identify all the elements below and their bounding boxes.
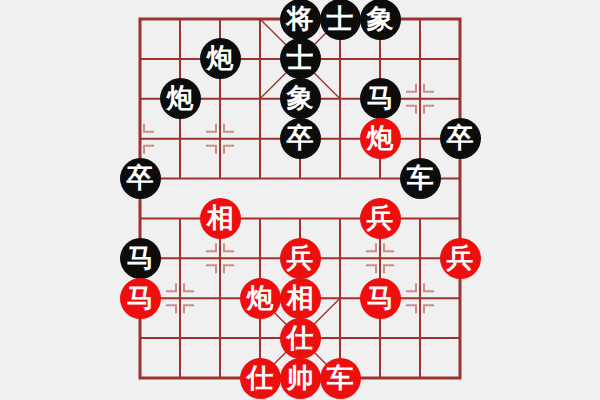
black-horse[interactable]: 马 (120, 238, 161, 279)
black-advisor[interactable]: 士 (280, 38, 321, 79)
black-soldier[interactable]: 卒 (280, 118, 321, 159)
red-elephant[interactable]: 相 (280, 278, 321, 319)
black-elephant[interactable]: 象 (360, 0, 401, 40)
black-soldier[interactable]: 卒 (440, 118, 481, 159)
black-general[interactable]: 将 (280, 0, 321, 40)
black-chariot[interactable]: 车 (400, 158, 441, 199)
xiangqi-app: 将士象炮士炮象马卒卒卒车马炮相兵兵兵马炮相马仕仕帅车 (0, 0, 600, 400)
red-horse[interactable]: 马 (360, 278, 401, 319)
red-soldier[interactable]: 兵 (440, 238, 481, 279)
black-elephant[interactable]: 象 (280, 78, 321, 119)
red-soldier[interactable]: 兵 (280, 238, 321, 279)
red-general[interactable]: 帅 (280, 358, 321, 399)
red-elephant[interactable]: 相 (200, 198, 241, 239)
black-soldier[interactable]: 卒 (120, 158, 161, 199)
red-horse[interactable]: 马 (120, 278, 161, 319)
red-soldier[interactable]: 兵 (360, 198, 401, 239)
red-cannon[interactable]: 炮 (360, 118, 401, 159)
black-horse[interactable]: 马 (360, 78, 401, 119)
black-cannon[interactable]: 炮 (200, 38, 241, 79)
black-cannon[interactable]: 炮 (160, 78, 201, 119)
black-advisor[interactable]: 士 (320, 0, 361, 40)
red-chariot[interactable]: 车 (320, 358, 361, 399)
red-advisor[interactable]: 仕 (240, 358, 281, 399)
red-cannon[interactable]: 炮 (240, 278, 281, 319)
xiangqi-board[interactable]: 将士象炮士炮象马卒卒卒车马炮相兵兵兵马炮相马仕仕帅车 (0, 0, 600, 400)
red-advisor[interactable]: 仕 (280, 318, 321, 359)
